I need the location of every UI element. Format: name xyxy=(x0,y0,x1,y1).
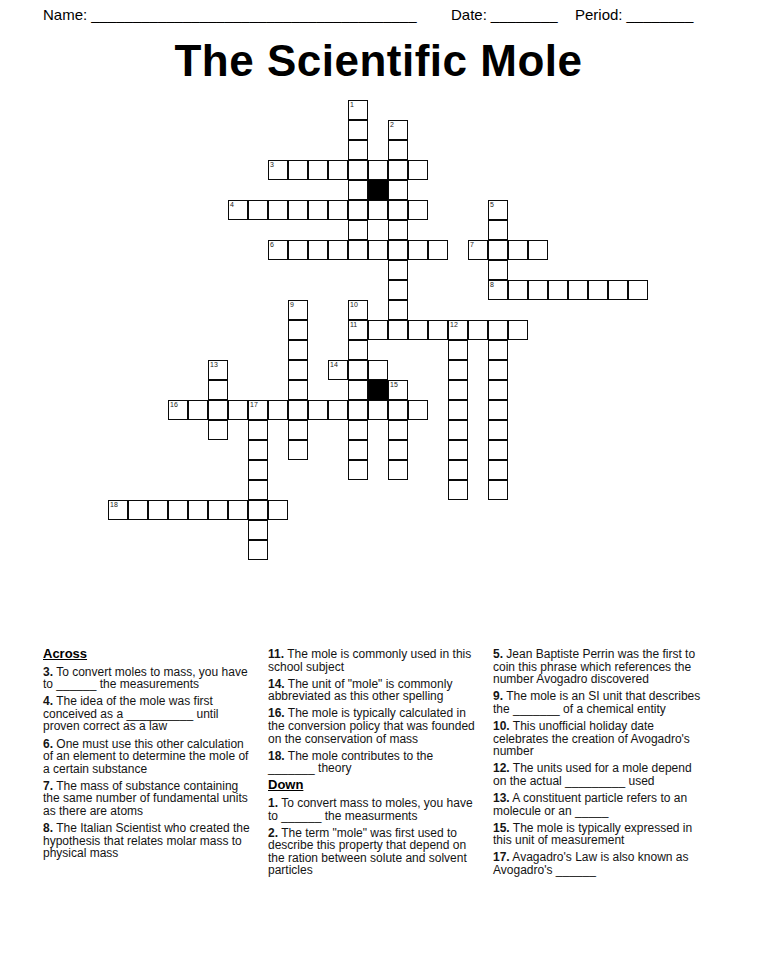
name-label: Name: xyxy=(43,6,87,23)
grid-cell[interactable]: 7 xyxy=(468,240,488,260)
grid-cell[interactable] xyxy=(348,220,368,240)
grid-cell[interactable] xyxy=(148,500,168,520)
clue-7-across: 7. The mass of substance containing the … xyxy=(43,780,256,818)
clue-8-across: 8. The Italian Scientist who created the… xyxy=(43,822,256,860)
grid-cell[interactable] xyxy=(388,260,408,280)
grid-cell[interactable] xyxy=(488,380,508,400)
grid-cell[interactable] xyxy=(468,320,488,340)
clue-label: 3. xyxy=(43,665,53,679)
grid-cell[interactable] xyxy=(308,200,328,220)
grid-cell[interactable]: 15 xyxy=(388,380,408,400)
grid-cell[interactable] xyxy=(168,500,188,520)
clue-1-down: 1. To convert mass to moles, you have to… xyxy=(268,797,481,822)
black-cell xyxy=(368,380,388,400)
grid-cell[interactable] xyxy=(248,200,268,220)
clue-number: 4 xyxy=(230,201,234,209)
grid-cell[interactable] xyxy=(488,360,508,380)
grid-cell[interactable]: 5 xyxy=(488,200,508,220)
grid-cell[interactable] xyxy=(488,400,508,420)
grid-cell[interactable] xyxy=(448,440,468,460)
clue-number: 14 xyxy=(330,361,338,369)
date-label: Date: xyxy=(451,6,487,23)
clue-label: 7. xyxy=(43,779,53,793)
grid-cell[interactable] xyxy=(388,320,408,340)
clue-11-across: 11. The mole is commonly used in this sc… xyxy=(268,648,481,673)
grid-cell[interactable]: 18 xyxy=(108,500,128,520)
grid-cell[interactable] xyxy=(388,140,408,160)
grid-cell[interactable] xyxy=(448,460,468,480)
grid-cell[interactable] xyxy=(488,340,508,360)
grid-cell[interactable] xyxy=(308,160,328,180)
clue-number: 1 xyxy=(350,101,354,109)
grid-cell[interactable] xyxy=(508,240,528,260)
period-field: Period:________ xyxy=(575,6,693,23)
clue-number: 11 xyxy=(350,321,357,329)
grid-cell[interactable] xyxy=(368,160,388,180)
clue-label: 15. xyxy=(493,821,510,835)
grid-cell[interactable]: 8 xyxy=(488,280,508,300)
grid-cell[interactable]: 17 xyxy=(248,400,268,420)
grid-cell[interactable] xyxy=(388,180,408,200)
grid-cell[interactable] xyxy=(248,540,268,560)
clue-label: 5. xyxy=(493,647,503,661)
grid-cell[interactable] xyxy=(348,200,368,220)
grid-cell[interactable] xyxy=(408,400,428,420)
clue-18-across: 18. The mole contributes to the _______ … xyxy=(268,750,481,775)
grid-cell[interactable]: 4 xyxy=(228,200,248,220)
grid-cell[interactable] xyxy=(328,200,348,220)
grid-cell[interactable] xyxy=(528,280,548,300)
grid-cell[interactable] xyxy=(388,280,408,300)
clue-5-down: 5. Jean Baptiste Perrin was the first to… xyxy=(493,648,706,686)
clue-label: 9. xyxy=(493,689,503,703)
clue-number: 12 xyxy=(450,321,458,329)
grid-cell[interactable] xyxy=(628,280,648,300)
clue-12-down: 12. The units used for a mole depend on … xyxy=(493,762,706,787)
grid-cell[interactable] xyxy=(528,240,548,260)
grid-cell[interactable] xyxy=(348,140,368,160)
grid-cell[interactable] xyxy=(268,500,288,520)
clue-label: 12. xyxy=(493,761,510,775)
grid-cell[interactable] xyxy=(128,500,148,520)
clue-14-across: 14. The unit of "mole" is commonly abbre… xyxy=(268,678,481,703)
grid-cell[interactable] xyxy=(348,160,368,180)
down-header: Down xyxy=(268,779,481,792)
grid-cell[interactable] xyxy=(368,320,388,340)
grid-cell[interactable] xyxy=(288,340,308,360)
clue-label: 14. xyxy=(268,677,285,691)
grid-cell[interactable] xyxy=(208,500,228,520)
grid-cell[interactable] xyxy=(408,240,428,260)
name-blank-line[interactable]: _______________________________________ xyxy=(91,6,416,23)
grid-cell[interactable] xyxy=(188,500,208,520)
clue-column-left: Across3. To convert moles to mass, you h… xyxy=(43,648,256,864)
grid-cell[interactable]: 10 xyxy=(348,300,368,320)
clue-number: 17 xyxy=(250,401,258,409)
grid-cell[interactable] xyxy=(388,400,408,420)
grid-cell[interactable] xyxy=(288,380,308,400)
grid-cell[interactable] xyxy=(248,440,268,460)
clue-label: 11. xyxy=(268,647,284,661)
clue-label: 4. xyxy=(43,694,53,708)
grid-cell[interactable] xyxy=(368,360,388,380)
grid-cell[interactable] xyxy=(328,400,348,420)
grid-cell[interactable] xyxy=(488,220,508,240)
grid-cell[interactable]: 12 xyxy=(448,320,468,340)
clue-label: 10. xyxy=(493,719,510,733)
clue-column-right: 5. Jean Baptiste Perrin was the first to… xyxy=(493,648,706,881)
grid-cell[interactable] xyxy=(288,360,308,380)
clue-label: 16. xyxy=(268,706,285,720)
period-blank-line[interactable]: ________ xyxy=(627,6,694,23)
clue-label: 2. xyxy=(268,826,278,840)
grid-cell[interactable] xyxy=(388,300,408,320)
clue-number: 16 xyxy=(170,401,178,409)
grid-cell[interactable] xyxy=(488,440,508,460)
grid-cell[interactable] xyxy=(428,320,448,340)
clue-number: 7 xyxy=(470,241,474,249)
grid-cell[interactable] xyxy=(328,160,348,180)
grid-cell[interactable]: 14 xyxy=(328,360,348,380)
crossword-worksheet: Name:___________________________________… xyxy=(0,0,757,980)
clue-10-down: 10. This unofficial holiday date celebra… xyxy=(493,720,706,758)
clue-3-across: 3. To convert moles to mass, you have to… xyxy=(43,666,256,691)
grid-cell[interactable] xyxy=(208,400,228,420)
grid-cell[interactable] xyxy=(388,200,408,220)
grid-cell[interactable] xyxy=(348,340,368,360)
clue-6-across: 6. One must use this other calculation o… xyxy=(43,738,256,776)
grid-cell[interactable] xyxy=(388,160,408,180)
name-field: Name:___________________________________… xyxy=(43,6,417,23)
grid-cell[interactable] xyxy=(208,380,228,400)
grid-cell[interactable] xyxy=(288,240,308,260)
clue-number: 13 xyxy=(210,361,218,369)
grid-cell[interactable] xyxy=(228,500,248,520)
grid-cell[interactable] xyxy=(368,400,388,420)
clue-number: 3 xyxy=(270,161,274,169)
grid-cell[interactable] xyxy=(408,200,428,220)
grid-cell[interactable] xyxy=(448,380,468,400)
clue-9-down: 9. The mole is an SI unit that describes… xyxy=(493,690,706,715)
grid-cell[interactable]: 16 xyxy=(168,400,188,420)
grid-cell[interactable] xyxy=(248,420,268,440)
crossword-grid: 123456789101112131415161718 xyxy=(108,100,648,560)
grid-cell[interactable] xyxy=(428,240,448,260)
grid-cell[interactable] xyxy=(248,480,268,500)
grid-cell[interactable]: 13 xyxy=(208,360,228,380)
grid-cell[interactable] xyxy=(388,420,408,440)
grid-cell[interactable] xyxy=(388,220,408,240)
grid-cell[interactable]: 9 xyxy=(288,300,308,320)
grid-cell[interactable] xyxy=(348,440,368,460)
grid-cell[interactable] xyxy=(248,500,268,520)
grid-cell[interactable] xyxy=(288,420,308,440)
grid-cell[interactable] xyxy=(488,240,508,260)
clue-label: 18. xyxy=(268,749,285,763)
clue-15-down: 15. The mole is typically expressed in t… xyxy=(493,822,706,847)
grid-cell[interactable] xyxy=(328,240,348,260)
clue-label: 6. xyxy=(43,737,53,751)
clue-2-down: 2. The term "mole" was first used to des… xyxy=(268,827,481,877)
grid-cell[interactable] xyxy=(308,240,328,260)
grid-cell[interactable]: 3 xyxy=(268,160,288,180)
grid-cell[interactable]: 2 xyxy=(388,120,408,140)
grid-cell[interactable] xyxy=(488,460,508,480)
grid-cell[interactable] xyxy=(508,320,528,340)
clue-4-across: 4. The idea of the mole was first concei… xyxy=(43,695,256,733)
clue-number: 9 xyxy=(290,301,294,309)
grid-cell[interactable] xyxy=(588,280,608,300)
grid-cell[interactable] xyxy=(508,280,528,300)
grid-cell[interactable] xyxy=(288,320,308,340)
grid-cell[interactable] xyxy=(188,400,208,420)
grid-cell[interactable] xyxy=(388,240,408,260)
black-cell xyxy=(368,180,388,200)
clue-number: 2 xyxy=(390,121,394,129)
clue-number: 5 xyxy=(490,201,494,209)
grid-cell[interactable] xyxy=(548,280,568,300)
grid-cell[interactable] xyxy=(408,320,428,340)
grid-cell[interactable]: 6 xyxy=(268,240,288,260)
grid-cell[interactable] xyxy=(448,360,468,380)
grid-cell[interactable] xyxy=(608,280,628,300)
period-label: Period: xyxy=(575,6,623,23)
clue-number: 10 xyxy=(350,301,358,309)
grid-cell[interactable] xyxy=(248,520,268,540)
clue-label: 17. xyxy=(493,850,510,864)
grid-cell[interactable] xyxy=(308,400,328,420)
grid-cell[interactable] xyxy=(388,440,408,460)
grid-cell[interactable] xyxy=(288,400,308,420)
clue-label: 8. xyxy=(43,821,53,835)
grid-cell[interactable] xyxy=(568,280,588,300)
grid-cell[interactable] xyxy=(348,420,368,440)
clue-column-middle: 11. The mole is commonly used in this sc… xyxy=(268,648,481,882)
date-field: Date:________ xyxy=(451,6,558,23)
grid-cell[interactable] xyxy=(268,400,288,420)
clue-label: 13. xyxy=(493,791,510,805)
grid-cell[interactable]: 11 xyxy=(348,320,368,340)
grid-cell[interactable] xyxy=(348,240,368,260)
grid-cell[interactable] xyxy=(488,260,508,280)
page-title: The Scientific Mole xyxy=(0,36,757,86)
grid-cell[interactable] xyxy=(348,360,368,380)
grid-cell[interactable] xyxy=(448,420,468,440)
grid-cell[interactable] xyxy=(288,200,308,220)
grid-cell[interactable] xyxy=(348,120,368,140)
grid-cell[interactable] xyxy=(348,400,368,420)
grid-cell[interactable] xyxy=(208,420,228,440)
clue-number: 6 xyxy=(270,241,274,249)
clue-number: 15 xyxy=(390,381,398,389)
clue-number: 8 xyxy=(490,281,494,289)
grid-cell[interactable] xyxy=(348,180,368,200)
grid-cell[interactable] xyxy=(228,400,248,420)
grid-cell[interactable] xyxy=(448,400,468,420)
grid-cell[interactable] xyxy=(248,460,268,480)
grid-cell[interactable] xyxy=(288,160,308,180)
clue-label: 1. xyxy=(268,796,278,810)
date-blank-line[interactable]: ________ xyxy=(491,6,558,23)
clue-number: 18 xyxy=(110,501,118,509)
grid-cell[interactable] xyxy=(348,460,368,480)
grid-cell[interactable] xyxy=(288,440,308,460)
grid-cell[interactable]: 1 xyxy=(348,100,368,120)
grid-cell[interactable] xyxy=(448,340,468,360)
grid-cell[interactable] xyxy=(488,420,508,440)
clue-13-down: 13. A constituent particle refers to an … xyxy=(493,792,706,817)
grid-cell[interactable] xyxy=(448,480,468,500)
grid-cell[interactable] xyxy=(488,480,508,500)
grid-cell[interactable] xyxy=(368,240,388,260)
grid-cell[interactable] xyxy=(488,320,508,340)
grid-cell[interactable] xyxy=(348,380,368,400)
grid-cell[interactable] xyxy=(408,160,428,180)
grid-cell[interactable] xyxy=(368,200,388,220)
clue-17-down: 17. Avagadro's Law is also known as Avog… xyxy=(493,851,706,876)
grid-cell[interactable] xyxy=(268,200,288,220)
across-header: Across xyxy=(43,648,256,661)
clue-16-across: 16. The mole is typically calculated in … xyxy=(268,707,481,745)
grid-cell[interactable] xyxy=(388,460,408,480)
